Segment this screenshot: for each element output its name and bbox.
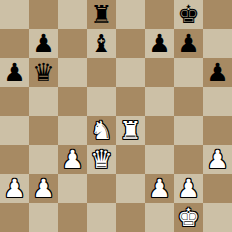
square-c6[interactable] (58, 58, 87, 87)
square-f1[interactable] (145, 203, 174, 232)
square-f3[interactable] (145, 145, 174, 174)
square-d8[interactable]: ♜ (87, 0, 116, 29)
square-g3[interactable] (174, 145, 203, 174)
black-queen[interactable]: ♛ (32, 58, 54, 87)
black-bishop[interactable]: ♝ (90, 29, 112, 58)
square-f7[interactable]: ♟ (145, 29, 174, 58)
square-a3[interactable] (0, 145, 29, 174)
square-g2[interactable]: ♟ (174, 174, 203, 203)
square-e3[interactable] (116, 145, 145, 174)
square-g5[interactable] (174, 87, 203, 116)
square-c7[interactable] (58, 29, 87, 58)
black-pawn[interactable]: ♟ (3, 58, 25, 87)
square-g8[interactable]: ♚ (174, 0, 203, 29)
square-h6[interactable]: ♟ (203, 58, 232, 87)
square-e1[interactable] (116, 203, 145, 232)
white-pawn[interactable]: ♟ (206, 145, 228, 174)
square-h5[interactable] (203, 87, 232, 116)
square-e7[interactable] (116, 29, 145, 58)
white-pawn[interactable]: ♟ (177, 174, 199, 203)
square-f2[interactable]: ♟ (145, 174, 174, 203)
square-c5[interactable] (58, 87, 87, 116)
square-c8[interactable] (58, 0, 87, 29)
white-pawn[interactable]: ♟ (148, 174, 170, 203)
white-knight[interactable]: ♞ (90, 116, 112, 145)
square-c3[interactable]: ♟ (58, 145, 87, 174)
white-pawn[interactable]: ♟ (32, 174, 54, 203)
square-a2[interactable]: ♟ (0, 174, 29, 203)
square-d3[interactable]: ♛ (87, 145, 116, 174)
black-pawn[interactable]: ♟ (148, 29, 170, 58)
square-a4[interactable] (0, 116, 29, 145)
square-e5[interactable] (116, 87, 145, 116)
square-h1[interactable] (203, 203, 232, 232)
square-b1[interactable] (29, 203, 58, 232)
square-c2[interactable] (58, 174, 87, 203)
square-d6[interactable] (87, 58, 116, 87)
square-h4[interactable] (203, 116, 232, 145)
square-g4[interactable] (174, 116, 203, 145)
square-f8[interactable] (145, 0, 174, 29)
white-king[interactable]: ♚ (177, 203, 199, 232)
square-c4[interactable] (58, 116, 87, 145)
square-e2[interactable] (116, 174, 145, 203)
square-f4[interactable] (145, 116, 174, 145)
square-b8[interactable] (29, 0, 58, 29)
square-h7[interactable] (203, 29, 232, 58)
square-b2[interactable]: ♟ (29, 174, 58, 203)
square-b7[interactable]: ♟ (29, 29, 58, 58)
square-f6[interactable] (145, 58, 174, 87)
square-b6[interactable]: ♛ (29, 58, 58, 87)
square-h8[interactable] (203, 0, 232, 29)
square-e6[interactable] (116, 58, 145, 87)
white-pawn[interactable]: ♟ (61, 145, 83, 174)
black-rook[interactable]: ♜ (90, 0, 112, 29)
square-h2[interactable] (203, 174, 232, 203)
square-d4[interactable]: ♞ (87, 116, 116, 145)
square-b3[interactable] (29, 145, 58, 174)
white-rook[interactable]: ♜ (119, 116, 141, 145)
square-a6[interactable]: ♟ (0, 58, 29, 87)
square-a8[interactable] (0, 0, 29, 29)
square-e4[interactable]: ♜ (116, 116, 145, 145)
square-a7[interactable] (0, 29, 29, 58)
white-pawn[interactable]: ♟ (3, 174, 25, 203)
square-g6[interactable] (174, 58, 203, 87)
square-b4[interactable] (29, 116, 58, 145)
black-pawn[interactable]: ♟ (177, 29, 199, 58)
square-g1[interactable]: ♚ (174, 203, 203, 232)
square-c1[interactable] (58, 203, 87, 232)
white-queen[interactable]: ♛ (90, 145, 112, 174)
square-d2[interactable] (87, 174, 116, 203)
square-d1[interactable] (87, 203, 116, 232)
square-a5[interactable] (0, 87, 29, 116)
square-h3[interactable]: ♟ (203, 145, 232, 174)
square-d5[interactable] (87, 87, 116, 116)
square-a1[interactable] (0, 203, 29, 232)
square-e8[interactable] (116, 0, 145, 29)
black-pawn[interactable]: ♟ (32, 29, 54, 58)
square-f5[interactable] (145, 87, 174, 116)
chess-board: ♜♚♟♝♟♟♟♛♟♞♜♟♛♟♟♟♟♟♚ (0, 0, 232, 232)
black-pawn[interactable]: ♟ (206, 58, 228, 87)
black-king[interactable]: ♚ (177, 0, 199, 29)
square-b5[interactable] (29, 87, 58, 116)
square-g7[interactable]: ♟ (174, 29, 203, 58)
square-d7[interactable]: ♝ (87, 29, 116, 58)
